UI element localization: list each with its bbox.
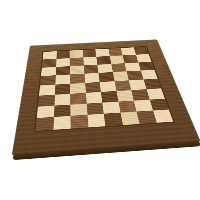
product-photo-canvas [0,0,200,200]
chessboard [11,40,200,163]
board-frame [12,40,200,156]
square-c1 [70,115,88,129]
square-d1 [87,114,105,128]
square-b1 [53,116,71,130]
playing-field [34,46,175,132]
square-a1 [35,117,53,131]
square-h1 [153,110,173,123]
